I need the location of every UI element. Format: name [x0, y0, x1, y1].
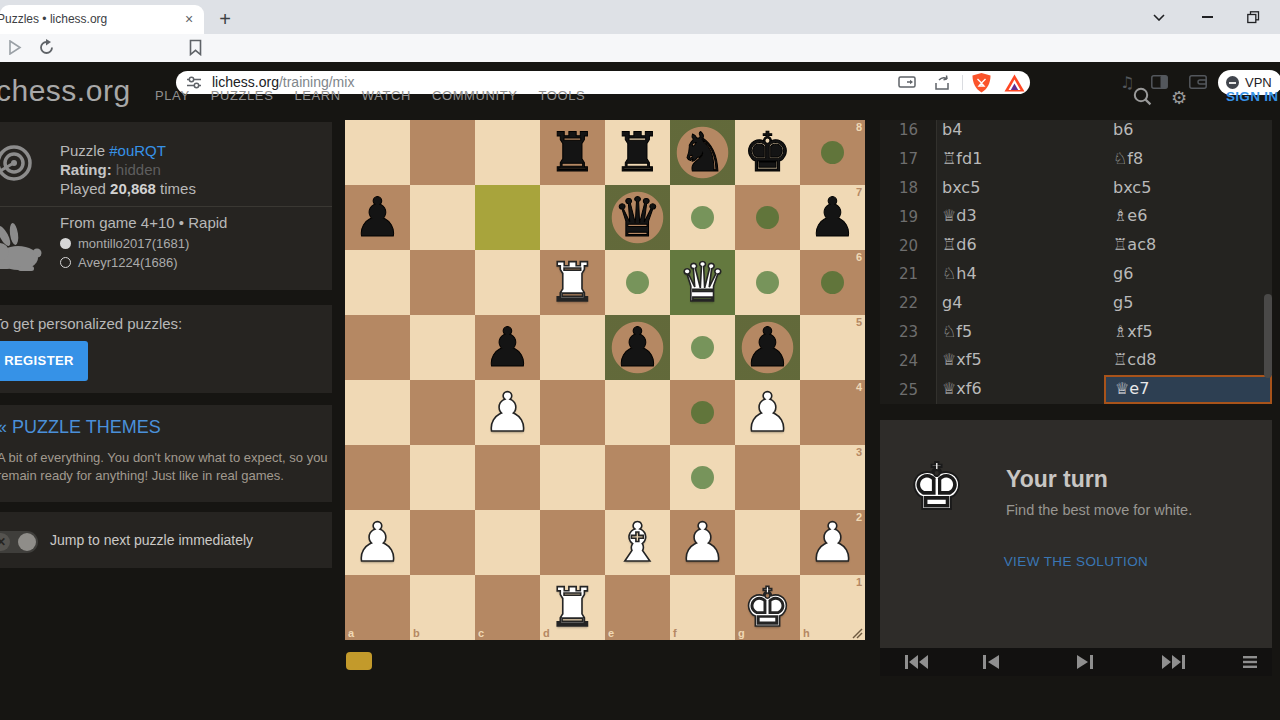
coord-rank-3: 3 — [856, 446, 862, 458]
white-piece-f2[interactable]: ♟ — [670, 510, 735, 575]
gold-indicator — [346, 652, 372, 670]
coord-file-g: g — [738, 627, 745, 639]
square-h6[interactable]: 6 — [800, 250, 865, 315]
move-black[interactable]: g6 — [1104, 260, 1272, 289]
move-number: 20 — [880, 237, 937, 255]
square-c6[interactable] — [475, 250, 540, 315]
black-piece-a7[interactable]: ♟ — [345, 185, 410, 250]
jump-toggle[interactable]: ✕ — [0, 531, 38, 553]
wallet-icon[interactable] — [1189, 75, 1207, 89]
move-row-18: 18bxc5bxc5 — [880, 174, 1272, 203]
square-g3[interactable] — [735, 445, 800, 510]
sidebar-icon[interactable] — [1151, 75, 1168, 89]
square-e2[interactable]: ♝ — [605, 510, 670, 575]
square-f5[interactable] — [670, 315, 735, 380]
square-c2[interactable] — [475, 510, 540, 575]
menu-icon[interactable] — [1243, 655, 1257, 669]
move-white[interactable]: b4 — [937, 120, 1104, 145]
move-number: 25 — [880, 381, 937, 399]
square-b5[interactable] — [410, 315, 475, 380]
square-h2[interactable]: ♟2 — [800, 510, 865, 575]
puzzle-played-line: Played 20,868 times — [60, 180, 196, 197]
square-d5[interactable] — [540, 315, 605, 380]
square-h7[interactable]: ♟7 — [800, 185, 865, 250]
sign-in-link[interactable]: SIGN IN — [1226, 89, 1278, 104]
square-f2[interactable]: ♟ — [670, 510, 735, 575]
from-game-line[interactable]: From game 4+10 • Rapid — [60, 214, 227, 231]
tab-search-chevron-icon[interactable] — [1148, 0, 1170, 34]
white-piece-g4[interactable]: ♟ — [735, 380, 800, 445]
white-piece-g1[interactable]: ♚ — [735, 575, 800, 640]
square-h4[interactable]: 4 — [800, 380, 865, 445]
puzzle-id-link[interactable]: #ouRQT — [109, 142, 166, 159]
black-piece-e7[interactable]: ♛ — [605, 185, 670, 250]
white-piece-e2[interactable]: ♝ — [605, 510, 670, 575]
brave-shield-icon[interactable] — [972, 73, 991, 93]
next-move-button[interactable] — [1077, 655, 1093, 669]
white-piece-f6[interactable]: ♛ — [670, 250, 735, 315]
square-g7[interactable] — [735, 185, 800, 250]
tab-close-icon[interactable]: × — [178, 5, 200, 34]
previous-move-button[interactable] — [983, 655, 999, 669]
coord-rank-5: 5 — [856, 316, 862, 328]
square-g5[interactable]: ♟ — [735, 315, 800, 380]
coord-file-c: c — [478, 627, 484, 639]
white-king-icon: ♚ — [908, 450, 965, 524]
toggle-off-icon: ✕ — [0, 533, 10, 551]
browser-toolbar: lichess.org/training/mix — [0, 34, 1280, 62]
square-g4[interactable]: ♟ — [735, 380, 800, 445]
move-list: 16b4b617♖fd1♘f818bxc5bxc519♕d3♗e620♖d6♖a… — [880, 120, 1272, 404]
nav-item-tools[interactable]: TOOLS — [539, 88, 586, 103]
move-dest-dot — [821, 141, 844, 164]
puzzle-rating-line: Rating: hidden — [60, 161, 161, 178]
restore-button[interactable] — [1242, 0, 1264, 34]
square-c8[interactable] — [475, 120, 540, 185]
square-b3[interactable] — [410, 445, 475, 510]
forward-icon[interactable] — [8, 40, 22, 55]
puzzle-themes-title[interactable]: « PUZZLE THEMES — [0, 417, 161, 438]
browser-tab-strip: Puzzles • lichess.org × + — [0, 0, 1280, 34]
move-dest-dot — [691, 336, 714, 359]
white-piece-d6[interactable]: ♜ — [540, 250, 605, 315]
move-number: 22 — [880, 294, 937, 312]
nav-item-learn[interactable]: LEARN — [294, 88, 340, 103]
coord-rank-7: 7 — [856, 186, 862, 198]
black-piece-d8[interactable]: ♜ — [540, 120, 605, 185]
square-e7[interactable]: ♛ — [605, 185, 670, 250]
move-row-22: 22g4g5 — [880, 289, 1272, 318]
square-a1[interactable]: a — [345, 575, 410, 640]
square-h5[interactable]: 5 — [800, 315, 865, 380]
move-black[interactable]: ♖cd8 — [1104, 346, 1272, 375]
square-g8[interactable]: ♚ — [735, 120, 800, 185]
square-d8[interactable]: ♜ — [540, 120, 605, 185]
coord-file-f: f — [673, 627, 677, 639]
bookmark-icon[interactable] — [189, 39, 202, 56]
coord-file-d: d — [543, 627, 550, 639]
move-white[interactable]: ♖d6 — [937, 231, 1104, 260]
square-f6[interactable]: ♛ — [670, 250, 735, 315]
puzzle-themes-box: « PUZZLE THEMES A bit of everything. You… — [0, 405, 332, 502]
square-c7[interactable] — [475, 185, 540, 250]
coord-rank-2: 2 — [856, 511, 862, 523]
white-player-row: montillo2017(1681) — [60, 236, 189, 251]
browser-tab[interactable]: Puzzles • lichess.org × — [0, 5, 204, 34]
square-a6[interactable] — [345, 250, 410, 315]
move-black[interactable]: bxc5 — [1104, 174, 1272, 203]
square-a7[interactable]: ♟ — [345, 185, 410, 250]
move-white[interactable]: bxc5 — [937, 174, 1104, 203]
move-black[interactable]: ♗e6 — [1104, 202, 1272, 231]
square-b7[interactable] — [410, 185, 475, 250]
move-number: 18 — [880, 179, 937, 197]
tab-title: Puzzles • lichess.org — [0, 5, 107, 34]
black-player-name: Aveyr1224(1686) — [78, 255, 178, 270]
square-f8[interactable]: ♞ — [670, 120, 735, 185]
move-dest-dot — [756, 206, 779, 229]
square-d6[interactable]: ♜ — [540, 250, 605, 315]
square-f4[interactable] — [670, 380, 735, 445]
themes-desc-line1: A bit of everything. You don't know what… — [0, 450, 328, 465]
square-c1[interactable]: c — [475, 575, 540, 640]
your-turn-title: Your turn — [1006, 466, 1108, 493]
move-white[interactable]: ♖fd1 — [937, 145, 1104, 174]
move-number: 21 — [880, 265, 937, 283]
gear-icon[interactable]: ⚙ — [1171, 87, 1187, 108]
move-number: 17 — [880, 150, 937, 168]
square-d4[interactable] — [540, 380, 605, 445]
move-row-17: 17♖fd1♘f8 — [880, 145, 1272, 174]
black-piece-f8[interactable]: ♞ — [670, 120, 735, 185]
square-a2[interactable]: ♟ — [345, 510, 410, 575]
square-d3[interactable] — [540, 445, 605, 510]
move-dest-dot — [691, 466, 714, 489]
square-b4[interactable] — [410, 380, 475, 445]
move-black[interactable]: g5 — [1104, 289, 1272, 318]
square-a5[interactable] — [345, 315, 410, 380]
coord-rank-6: 6 — [856, 251, 862, 263]
chess-board[interactable]: ♜♜♞♚8♟♛♟7♜♛6♟♟♟5♟♟43♟♝♟♟2abc♜def♚gh1 — [345, 120, 865, 640]
square-d7[interactable] — [540, 185, 605, 250]
jump-toggle-box: ✕ Jump to next puzzle immediately — [0, 512, 332, 568]
move-number: 16 — [880, 121, 937, 139]
square-a8[interactable] — [345, 120, 410, 185]
your-turn-subtitle: Find the best move for white. — [1006, 502, 1192, 518]
move-dest-dot — [821, 271, 844, 294]
rapid-rabbit-icon — [0, 220, 44, 272]
brave-rewards-icon[interactable] — [1004, 74, 1025, 92]
move-list-scrollbar[interactable] — [1264, 294, 1272, 378]
move-dest-dot — [691, 401, 714, 424]
black-piece-e5[interactable]: ♟ — [605, 315, 670, 380]
puzzle-info-box: Puzzle #ouRQT Rating: hidden Played 20,8… — [0, 122, 332, 290]
nav-item-puzzles[interactable]: PUZZLES — [211, 88, 274, 103]
square-e4[interactable] — [605, 380, 670, 445]
square-b6[interactable] — [410, 250, 475, 315]
square-e1[interactable]: e — [605, 575, 670, 640]
personalized-box: To get personalized puzzles: REGISTER — [0, 305, 332, 393]
square-h8[interactable]: 8 — [800, 120, 865, 185]
move-row-25: 25♕xf6♕e7 — [880, 375, 1272, 404]
site-nav: PLAYPUZZLESLEARNWATCHCOMMUNITYTOOLS — [155, 88, 585, 103]
divider — [0, 206, 332, 207]
move-row-16: 16b4b6 — [880, 120, 1272, 145]
square-b8[interactable] — [410, 120, 475, 185]
white-piece-c4[interactable]: ♟ — [475, 380, 540, 445]
square-a4[interactable] — [345, 380, 410, 445]
square-e8[interactable]: ♜ — [605, 120, 670, 185]
square-c5[interactable]: ♟ — [475, 315, 540, 380]
square-d1[interactable]: ♜d — [540, 575, 605, 640]
square-g1[interactable]: ♚g — [735, 575, 800, 640]
square-h3[interactable]: 3 — [800, 445, 865, 510]
coord-file-a: a — [348, 627, 354, 639]
last-move-button[interactable] — [1162, 655, 1185, 669]
square-a3[interactable] — [345, 445, 410, 510]
move-dest-dot — [691, 206, 714, 229]
coord-rank-8: 8 — [856, 121, 862, 133]
register-button[interactable]: REGISTER — [0, 341, 88, 381]
white-player-icon — [60, 238, 71, 249]
move-row-19: 19♕d3♗e6 — [880, 202, 1272, 231]
nav-item-community[interactable]: COMMUNITY — [432, 88, 518, 103]
coord-rank-1: 1 — [856, 576, 862, 588]
black-piece-e8[interactable]: ♜ — [605, 120, 670, 185]
site-logo[interactable]: chess.org — [0, 74, 131, 108]
jump-toggle-label: Jump to next puzzle immediately — [50, 532, 253, 548]
personalized-text: To get personalized puzzles: — [0, 315, 182, 332]
move-number: 23 — [880, 323, 937, 341]
black-player-icon — [60, 257, 71, 268]
your-turn-panel: ♚ Your turn Find the best move for white… — [880, 420, 1272, 648]
square-c3[interactable] — [475, 445, 540, 510]
toggle-knob — [18, 533, 36, 551]
move-number: 24 — [880, 352, 937, 370]
move-black[interactable]: b6 — [1104, 120, 1272, 145]
themes-desc-line2: remain ready for anything! Just like in … — [0, 468, 284, 483]
move-black[interactable]: ♖ac8 — [1104, 231, 1272, 260]
white-piece-a2[interactable]: ♟ — [345, 510, 410, 575]
cast-icon[interactable] — [898, 76, 916, 90]
white-player-name: montillo2017(1681) — [78, 236, 189, 251]
square-e3[interactable] — [605, 445, 670, 510]
square-g6[interactable] — [735, 250, 800, 315]
square-d2[interactable] — [540, 510, 605, 575]
coord-file-e: e — [608, 627, 614, 639]
first-move-button[interactable] — [905, 655, 928, 669]
view-solution-link[interactable]: VIEW THE SOLUTION — [880, 554, 1272, 569]
new-tab-button[interactable]: + — [212, 5, 238, 34]
move-row-23: 23♘f5♗xf5 — [880, 318, 1272, 347]
minimize-button[interactable] — [1196, 0, 1218, 34]
move-dest-dot — [756, 271, 779, 294]
black-player-row: Aveyr1224(1686) — [60, 255, 178, 270]
square-b2[interactable] — [410, 510, 475, 575]
replay-nav-bar — [880, 648, 1272, 676]
move-row-20: 20♖d6♖ac8 — [880, 231, 1272, 260]
screen: { "browser": { "tab_title": "Puzzles • l… — [0, 0, 1280, 720]
white-piece-d1[interactable]: ♜ — [540, 575, 605, 640]
black-piece-g8[interactable]: ♚ — [735, 120, 800, 185]
square-f3[interactable] — [670, 445, 735, 510]
square-e6[interactable] — [605, 250, 670, 315]
move-row-24: 24♕xf5♖cd8 — [880, 346, 1272, 375]
move-row-21: 21♘h4g6 — [880, 260, 1272, 289]
move-dest-dot — [626, 271, 649, 294]
url-divider — [962, 75, 963, 90]
move-white[interactable]: ♘h4 — [937, 260, 1104, 289]
square-c4[interactable]: ♟ — [475, 380, 540, 445]
square-g2[interactable] — [735, 510, 800, 575]
move-black[interactable]: ♗xf5 — [1104, 318, 1272, 347]
vpn-status-icon — [1226, 76, 1239, 89]
move-white[interactable]: ♕xf5 — [937, 346, 1104, 375]
move-black[interactable]: ♕e7 — [1104, 375, 1272, 404]
coord-file-h: h — [803, 627, 810, 639]
search-icon[interactable] — [1133, 87, 1152, 106]
square-b1[interactable]: b — [410, 575, 475, 640]
nav-item-watch[interactable]: WATCH — [362, 88, 411, 103]
move-white[interactable]: ♘f5 — [937, 318, 1104, 347]
coord-rank-4: 4 — [856, 381, 862, 393]
move-white[interactable]: ♕xf6 — [937, 375, 1104, 404]
move-black[interactable]: ♘f8 — [1104, 145, 1272, 174]
move-white[interactable]: ♕d3 — [937, 202, 1104, 231]
move-white[interactable]: g4 — [937, 289, 1104, 318]
share-icon[interactable] — [934, 75, 951, 91]
move-number: 19 — [880, 208, 937, 226]
square-f7[interactable] — [670, 185, 735, 250]
puzzle-id-line: Puzzle #ouRQT — [60, 142, 166, 159]
reload-icon[interactable] — [38, 39, 55, 56]
puzzle-target-icon — [0, 138, 34, 190]
square-f1[interactable]: f — [670, 575, 735, 640]
square-e5[interactable]: ♟ — [605, 315, 670, 380]
nav-item-play[interactable]: PLAY — [155, 88, 190, 103]
black-piece-g5[interactable]: ♟ — [735, 315, 800, 380]
black-piece-c5[interactable]: ♟ — [475, 315, 540, 380]
coord-file-b: b — [413, 627, 420, 639]
